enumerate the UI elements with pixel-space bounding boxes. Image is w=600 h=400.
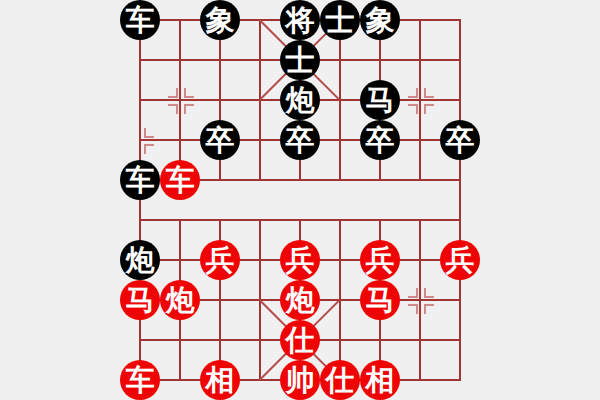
piece-red-pawn-1[interactable]: 兵 xyxy=(200,240,240,280)
piece-black-cannon-1[interactable]: 炮 xyxy=(280,80,320,120)
piece-black-pawn-4[interactable]: 卒 xyxy=(440,120,480,160)
piece-red-elephant-1[interactable]: 相 xyxy=(200,360,240,400)
piece-black-elephant-2[interactable]: 象 xyxy=(360,0,400,40)
piece-black-horse-1[interactable]: 马 xyxy=(360,80,400,120)
piece-red-advisor-1[interactable]: 仕 xyxy=(280,320,320,360)
piece-red-chariot-2[interactable]: 车 xyxy=(120,360,160,400)
piece-black-chariot-1[interactable]: 车 xyxy=(120,0,160,40)
piece-black-cannon-2[interactable]: 炮 xyxy=(120,240,160,280)
piece-red-pawn-2[interactable]: 兵 xyxy=(280,240,320,280)
piece-black-chariot-2[interactable]: 车 xyxy=(120,160,160,200)
xiangqi-board: 车象将士象士炮马卒卒卒卒车炮车兵兵兵兵马炮炮马仕车相帅仕相 xyxy=(0,0,600,400)
piece-black-pawn-2[interactable]: 卒 xyxy=(280,120,320,160)
piece-black-pawn-3[interactable]: 卒 xyxy=(360,120,400,160)
pieces-grid: 车象将士象士炮马卒卒卒卒车炮车兵兵兵兵马炮炮马仕车相帅仕相 xyxy=(120,0,480,400)
piece-black-elephant-1[interactable]: 象 xyxy=(200,0,240,40)
piece-red-cannon-1[interactable]: 炮 xyxy=(160,280,200,320)
piece-red-chariot-1[interactable]: 车 xyxy=(160,160,200,200)
piece-red-advisor-2[interactable]: 仕 xyxy=(320,360,360,400)
piece-red-pawn-4[interactable]: 兵 xyxy=(440,240,480,280)
piece-red-horse-1[interactable]: 马 xyxy=(120,280,160,320)
piece-red-pawn-3[interactable]: 兵 xyxy=(360,240,400,280)
piece-red-elephant-2[interactable]: 相 xyxy=(360,360,400,400)
piece-red-cannon-2[interactable]: 炮 xyxy=(280,280,320,320)
piece-black-general[interactable]: 将 xyxy=(280,0,320,40)
piece-black-advisor-2[interactable]: 士 xyxy=(280,40,320,80)
piece-red-horse-2[interactable]: 马 xyxy=(360,280,400,320)
piece-black-advisor-1[interactable]: 士 xyxy=(320,0,360,40)
piece-red-general[interactable]: 帅 xyxy=(280,360,320,400)
piece-black-pawn-1[interactable]: 卒 xyxy=(200,120,240,160)
